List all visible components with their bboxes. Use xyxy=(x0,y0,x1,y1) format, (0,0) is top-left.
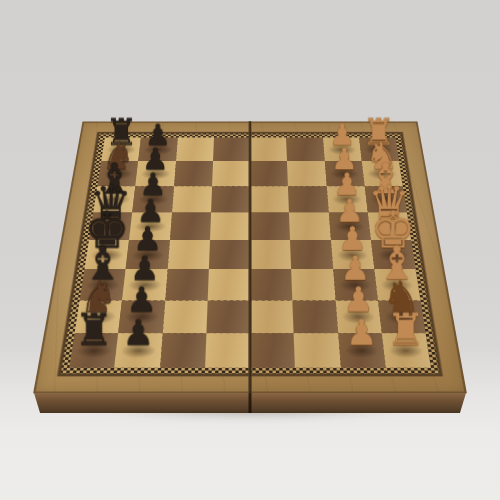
square-a6[interactable] xyxy=(176,137,214,161)
square-g6[interactable] xyxy=(162,300,207,333)
square-h5[interactable] xyxy=(205,333,250,368)
board-frame: ♜♟♟♜♞♟♟♞♝♟♟♝♛♟♟♛♚♟♟♚♝♟♟♝♞♟♟♞♜♟♟♜ xyxy=(33,122,467,394)
studio-photo-scene: ♜♟♟♜♞♟♟♞♝♟♟♝♛♟♟♛♚♟♟♚♝♟♟♝♞♟♟♞♜♟♟♜ xyxy=(0,0,500,500)
square-f6[interactable] xyxy=(165,269,209,300)
square-g5[interactable] xyxy=(206,300,250,333)
square-h6[interactable] xyxy=(160,333,207,368)
center-hinge-seam xyxy=(248,121,253,393)
piece-black-rook-h8[interactable]: ♜ xyxy=(74,308,114,350)
square-a5[interactable] xyxy=(213,137,250,161)
square-e6[interactable] xyxy=(167,240,210,269)
piece-black-pawn-h7[interactable]: ♟ xyxy=(123,317,155,351)
box-front-side xyxy=(34,393,466,413)
box-side-seam xyxy=(249,393,252,413)
square-b5[interactable] xyxy=(212,161,250,186)
square-d6[interactable] xyxy=(170,212,211,240)
square-d5[interactable] xyxy=(210,212,250,240)
chessboard: ♜♟♟♜♞♟♟♞♝♟♟♝♛♟♟♛♚♟♟♚♝♟♟♝♞♟♟♞♜♟♟♜ xyxy=(33,122,467,394)
piece-white-rook-h1[interactable]: ♜ xyxy=(386,308,426,350)
square-f5[interactable] xyxy=(207,269,250,300)
square-e5[interactable] xyxy=(209,240,250,269)
square-h7[interactable]: ♟ xyxy=(114,333,162,368)
square-c6[interactable] xyxy=(172,186,212,212)
square-c5[interactable] xyxy=(211,186,250,212)
piece-white-pawn-h2[interactable]: ♟ xyxy=(345,317,377,351)
square-h8[interactable]: ♜ xyxy=(69,333,118,368)
square-b6[interactable] xyxy=(174,161,213,186)
